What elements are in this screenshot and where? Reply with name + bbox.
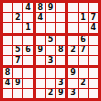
cell-r1c6[interactable] — [56, 3, 65, 12]
cell-r9c9[interactable] — [89, 89, 98, 98]
cell-r6c4[interactable] — [36, 56, 45, 65]
cell-r3c6[interactable] — [56, 23, 65, 32]
cell-r4c4[interactable] — [36, 36, 45, 45]
cell-r8c7[interactable] — [68, 79, 77, 88]
cell-r2c7[interactable] — [68, 13, 77, 22]
cell-r3c5[interactable] — [46, 23, 55, 32]
sudoku-board: 4218941745675983627849329923 — [0, 0, 101, 101]
sudoku-box-8: 923 — [68, 68, 98, 98]
given-digit: 3 — [48, 57, 54, 65]
cell-r4c6[interactable] — [56, 36, 65, 45]
cell-r2c1[interactable] — [3, 13, 12, 22]
given-digit: 6 — [25, 46, 31, 54]
cell-r6c6[interactable] — [56, 56, 65, 65]
cell-r4c5[interactable]: 5 — [46, 36, 55, 45]
cell-r9c1[interactable] — [3, 89, 12, 98]
cell-r1c7[interactable] — [68, 3, 77, 12]
cell-r2c5[interactable] — [46, 13, 55, 22]
cell-r6c8[interactable] — [79, 56, 88, 65]
given-digit: 1 — [25, 24, 31, 32]
cell-r8c8[interactable]: 2 — [79, 79, 88, 88]
cell-r2c2[interactable]: 2 — [13, 13, 22, 22]
cell-r8c9[interactable] — [89, 79, 98, 88]
cell-r2c4[interactable]: 4 — [36, 13, 45, 22]
cell-r9c4[interactable] — [36, 89, 45, 98]
cell-r7c1[interactable]: 8 — [3, 68, 12, 77]
given-digit: 2 — [80, 79, 86, 87]
cell-r3c4[interactable] — [36, 23, 45, 32]
cell-r3c7[interactable] — [68, 23, 77, 32]
cell-r9c3[interactable] — [23, 89, 32, 98]
given-digit: 3 — [58, 79, 64, 87]
cell-r3c8[interactable] — [79, 23, 88, 32]
sudoku-box-3: 567 — [3, 36, 33, 66]
cell-r3c9[interactable]: 4 — [89, 23, 98, 32]
cell-r9c5[interactable]: 2 — [46, 89, 55, 98]
cell-r8c6[interactable]: 3 — [56, 79, 65, 88]
cell-r6c1[interactable] — [3, 56, 12, 65]
cell-r1c9[interactable] — [89, 3, 98, 12]
cell-r7c4[interactable] — [36, 68, 45, 77]
cell-r3c3[interactable]: 1 — [23, 23, 32, 32]
given-digit: 1 — [80, 14, 86, 22]
cell-r5c8[interactable]: 7 — [79, 46, 88, 55]
given-digit: 8 — [5, 69, 11, 77]
cell-r9c8[interactable] — [79, 89, 88, 98]
cell-r1c2[interactable] — [13, 3, 22, 12]
cell-r7c6[interactable] — [56, 68, 65, 77]
given-digit: 4 — [37, 14, 43, 22]
cell-r8c1[interactable]: 4 — [3, 79, 12, 88]
cell-r5c2[interactable]: 5 — [13, 46, 22, 55]
cell-r1c8[interactable] — [79, 3, 88, 12]
cell-r6c9[interactable] — [89, 56, 98, 65]
cell-r4c2[interactable] — [13, 36, 22, 45]
cell-r2c6[interactable] — [56, 13, 65, 22]
sudoku-box-0: 421 — [3, 3, 33, 33]
cell-r9c7[interactable]: 3 — [68, 89, 77, 98]
given-digit: 6 — [80, 36, 86, 44]
cell-r9c6[interactable]: 9 — [56, 89, 65, 98]
cell-r9c2[interactable] — [13, 89, 22, 98]
given-digit: 9 — [15, 79, 21, 87]
given-digit: 3 — [70, 89, 76, 97]
cell-r7c7[interactable]: 9 — [68, 68, 77, 77]
sudoku-box-7: 329 — [36, 68, 66, 98]
cell-r8c3[interactable] — [23, 79, 32, 88]
given-digit: 9 — [37, 46, 43, 54]
given-digit: 2 — [48, 89, 54, 97]
given-digit: 7 — [91, 14, 97, 22]
cell-r5c9[interactable] — [89, 46, 98, 55]
cell-r6c7[interactable] — [68, 56, 77, 65]
given-digit: 5 — [48, 36, 54, 44]
given-digit: 8 — [37, 4, 43, 12]
cell-r7c9[interactable] — [89, 68, 98, 77]
given-digit: 4 — [5, 79, 11, 87]
cell-r8c5[interactable] — [46, 79, 55, 88]
cell-r4c3[interactable] — [23, 36, 32, 45]
cell-r5c3[interactable]: 6 — [23, 46, 32, 55]
cell-r3c1[interactable] — [3, 23, 12, 32]
cell-r5c6[interactable]: 8 — [56, 46, 65, 55]
cell-r4c7[interactable] — [68, 36, 77, 45]
cell-r8c4[interactable] — [36, 79, 45, 88]
sudoku-box-2: 174 — [68, 3, 98, 33]
given-digit: 8 — [58, 46, 64, 54]
given-digit: 4 — [25, 4, 31, 12]
cell-r4c8[interactable]: 6 — [79, 36, 88, 45]
cell-r1c3[interactable]: 4 — [23, 3, 32, 12]
cell-r3c2[interactable] — [13, 23, 22, 32]
given-digit: 7 — [15, 57, 21, 65]
sudoku-box-4: 5983 — [36, 36, 66, 66]
cell-r7c8[interactable] — [79, 68, 88, 77]
cell-r4c9[interactable] — [89, 36, 98, 45]
given-digit: 2 — [70, 46, 76, 54]
cell-r2c3[interactable] — [23, 13, 32, 22]
given-digit: 9 — [70, 69, 76, 77]
given-digit: 2 — [15, 14, 21, 22]
sudoku-box-1: 894 — [36, 3, 66, 33]
cell-r2c9[interactable]: 7 — [89, 13, 98, 22]
cell-r7c5[interactable] — [46, 68, 55, 77]
cell-r7c3[interactable] — [23, 68, 32, 77]
cell-r7c2[interactable] — [13, 68, 22, 77]
cell-r5c4[interactable]: 9 — [36, 46, 45, 55]
sudoku-box-5: 627 — [68, 36, 98, 66]
cell-r5c5[interactable] — [46, 46, 55, 55]
cell-r6c5[interactable]: 3 — [46, 56, 55, 65]
cell-r5c7[interactable]: 2 — [68, 46, 77, 55]
given-digit: 9 — [48, 4, 54, 12]
given-digit: 9 — [58, 89, 64, 97]
cell-r8c2[interactable]: 9 — [13, 79, 22, 88]
cell-r1c5[interactable]: 9 — [46, 3, 55, 12]
cell-r6c2[interactable]: 7 — [13, 56, 22, 65]
given-digit: 5 — [15, 46, 21, 54]
given-digit: 7 — [80, 46, 86, 54]
cell-r4c1[interactable] — [3, 36, 12, 45]
given-digit: 4 — [91, 24, 97, 32]
cell-r1c4[interactable]: 8 — [36, 3, 45, 12]
cell-r2c8[interactable]: 1 — [79, 13, 88, 22]
sudoku-box-6: 849 — [3, 68, 33, 98]
cell-r5c1[interactable] — [3, 46, 12, 55]
cell-r6c3[interactable] — [23, 56, 32, 65]
cell-r1c1[interactable] — [3, 3, 12, 12]
